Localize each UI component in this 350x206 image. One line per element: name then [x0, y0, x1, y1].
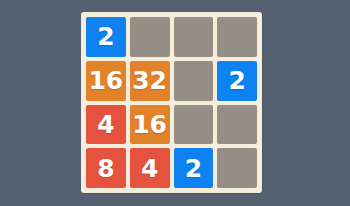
cell-r4c3: 2: [174, 148, 214, 188]
cell-r1c2: [130, 17, 170, 57]
cell-r3c4: [217, 105, 257, 145]
cell-r3c2: 16: [130, 105, 170, 145]
cell-r2c3: [174, 61, 214, 101]
cell-r4c2: 4: [130, 148, 170, 188]
cell-r3c3: [174, 105, 214, 145]
cell-r1c4: [217, 17, 257, 57]
cell-r3c1: 4: [86, 105, 126, 145]
cell-r2c4: 2: [217, 61, 257, 101]
cell-r2c2: 32: [130, 61, 170, 101]
cell-r2c1: 16: [86, 61, 126, 101]
cell-r1c3: [174, 17, 214, 57]
game-board-2048[interactable]: 2 16 32 2 4 16 8 4 2: [81, 12, 262, 193]
cell-r4c4: [217, 148, 257, 188]
cell-r1c1: 2: [86, 17, 126, 57]
cell-r4c1: 8: [86, 148, 126, 188]
